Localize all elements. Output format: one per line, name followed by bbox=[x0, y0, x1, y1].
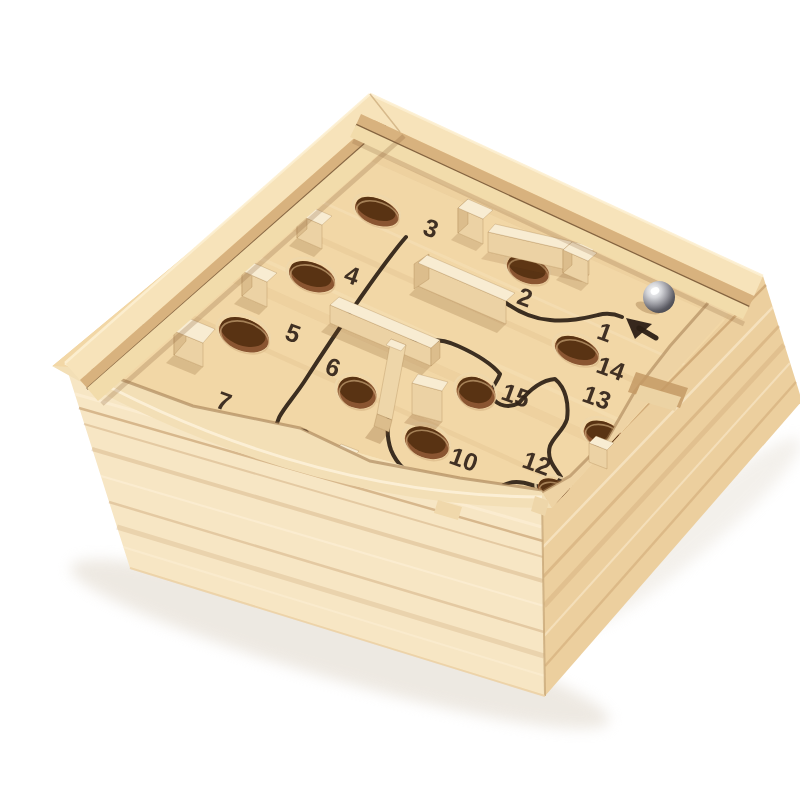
labyrinth-photo: 123456781012131415 bbox=[40, 16, 800, 800]
maze-board: 123456781012131415 bbox=[40, 16, 800, 800]
steel-ball[interactable] bbox=[643, 281, 675, 313]
